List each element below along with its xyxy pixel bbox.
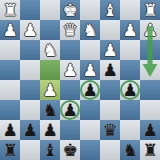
square-f2[interactable] <box>40 20 60 40</box>
square-b1[interactable] <box>120 0 140 20</box>
white-pawn-c3[interactable]: ♟ <box>100 40 120 60</box>
square-g6[interactable] <box>20 100 40 120</box>
square-a2[interactable]: ♟ <box>140 20 160 40</box>
square-h3[interactable] <box>0 40 20 60</box>
square-h8[interactable]: ♜ <box>0 140 20 160</box>
square-h2[interactable]: ♟ <box>0 20 20 40</box>
square-f1[interactable] <box>40 0 60 20</box>
white-pawn-d4[interactable]: ♟ <box>80 60 100 80</box>
white-bishop-c1[interactable]: ♝ <box>100 0 120 20</box>
white-pawn-f5[interactable]: ♟ <box>40 80 60 100</box>
square-a5[interactable] <box>140 80 160 100</box>
square-h5[interactable] <box>0 80 20 100</box>
square-a8[interactable]: ♜ <box>140 140 160 160</box>
black-king-e8[interactable]: ♚ <box>60 140 80 160</box>
black-pawn-b5[interactable]: ♟ <box>120 80 140 100</box>
square-a7[interactable]: ♟ <box>140 120 160 140</box>
square-c6[interactable] <box>100 100 120 120</box>
square-f5[interactable]: ♟ <box>40 80 60 100</box>
square-d1[interactable] <box>80 0 100 20</box>
square-g5[interactable] <box>20 80 40 100</box>
square-a4[interactable] <box>140 60 160 80</box>
white-pawn-e4[interactable]: ♟ <box>60 60 80 80</box>
square-d7[interactable] <box>80 120 100 140</box>
square-a1[interactable]: ♜ <box>140 0 160 20</box>
white-queen-e2[interactable]: ♛ <box>60 20 80 40</box>
square-h6[interactable] <box>0 100 20 120</box>
square-d8[interactable] <box>80 140 100 160</box>
square-d2[interactable]: ♞ <box>80 20 100 40</box>
white-knight-f3[interactable]: ♞ <box>40 40 60 60</box>
square-c8[interactable] <box>100 140 120 160</box>
square-e2[interactable]: ♛ <box>60 20 80 40</box>
black-knight-b8[interactable]: ♞ <box>120 140 140 160</box>
black-pawn-a7[interactable]: ♟ <box>140 120 160 140</box>
white-pawn-a2[interactable]: ♟ <box>140 20 160 40</box>
square-g7[interactable]: ♟ <box>20 120 40 140</box>
black-pawn-h7[interactable]: ♟ <box>0 120 20 140</box>
square-e8[interactable]: ♚ <box>60 140 80 160</box>
square-h4[interactable] <box>0 60 20 80</box>
square-e5[interactable] <box>60 80 80 100</box>
black-pawn-e6[interactable]: ♟ <box>60 100 80 120</box>
square-h7[interactable]: ♟ <box>0 120 20 140</box>
black-knight-f6[interactable]: ♞ <box>40 100 60 120</box>
square-d5[interactable]: ♟ <box>80 80 100 100</box>
square-e4[interactable]: ♟ <box>60 60 80 80</box>
black-rook-h8[interactable]: ♜ <box>0 140 20 160</box>
square-c3[interactable]: ♟ <box>100 40 120 60</box>
chess-board: ♜♚♝♜♟♟♛♞♟♟♞♟♟♟♟♟♟♟♞♟♟♟♟♛♟♜♝♚♞♜ <box>0 0 160 160</box>
square-a3[interactable] <box>140 40 160 60</box>
square-c5[interactable] <box>100 80 120 100</box>
square-b7[interactable] <box>120 120 140 140</box>
square-c7[interactable]: ♛ <box>100 120 120 140</box>
black-pawn-g7[interactable]: ♟ <box>20 120 40 140</box>
square-c1[interactable]: ♝ <box>100 0 120 20</box>
square-g1[interactable] <box>20 0 40 20</box>
square-f3[interactable]: ♞ <box>40 40 60 60</box>
square-f4[interactable] <box>40 60 60 80</box>
square-f7[interactable]: ♟ <box>40 120 60 140</box>
square-b6[interactable] <box>120 100 140 120</box>
square-c2[interactable] <box>100 20 120 40</box>
white-pawn-h2[interactable]: ♟ <box>0 20 20 40</box>
white-pawn-b2[interactable]: ♟ <box>120 20 140 40</box>
black-rook-a8[interactable]: ♜ <box>140 140 160 160</box>
square-h1[interactable]: ♜ <box>0 0 20 20</box>
square-b2[interactable]: ♟ <box>120 20 140 40</box>
white-rook-a1[interactable]: ♜ <box>140 0 160 20</box>
black-pawn-c4[interactable]: ♟ <box>100 60 120 80</box>
square-d6[interactable] <box>80 100 100 120</box>
black-bishop-f8[interactable]: ♝ <box>40 140 60 160</box>
square-e7[interactable] <box>60 120 80 140</box>
square-d4[interactable]: ♟ <box>80 60 100 80</box>
square-e6[interactable]: ♟ <box>60 100 80 120</box>
square-e3[interactable] <box>60 40 80 60</box>
square-b4[interactable] <box>120 60 140 80</box>
square-c4[interactable]: ♟ <box>100 60 120 80</box>
square-d3[interactable] <box>80 40 100 60</box>
black-queen-c7[interactable]: ♛ <box>100 120 120 140</box>
white-knight-d2[interactable]: ♞ <box>80 20 100 40</box>
square-b3[interactable] <box>120 40 140 60</box>
black-pawn-d5[interactable]: ♟ <box>80 80 100 100</box>
square-g2[interactable]: ♟ <box>20 20 40 40</box>
square-g3[interactable] <box>20 40 40 60</box>
white-pawn-g2[interactable]: ♟ <box>20 20 40 40</box>
square-f8[interactable]: ♝ <box>40 140 60 160</box>
square-e1[interactable]: ♚ <box>60 0 80 20</box>
square-b5[interactable]: ♟ <box>120 80 140 100</box>
square-g8[interactable] <box>20 140 40 160</box>
square-g4[interactable] <box>20 60 40 80</box>
square-b8[interactable]: ♞ <box>120 140 140 160</box>
black-pawn-f7[interactable]: ♟ <box>40 120 60 140</box>
white-king-e1[interactable]: ♚ <box>60 0 80 20</box>
square-a6[interactable] <box>140 100 160 120</box>
square-f6[interactable]: ♞ <box>40 100 60 120</box>
white-rook-h1[interactable]: ♜ <box>0 0 20 20</box>
